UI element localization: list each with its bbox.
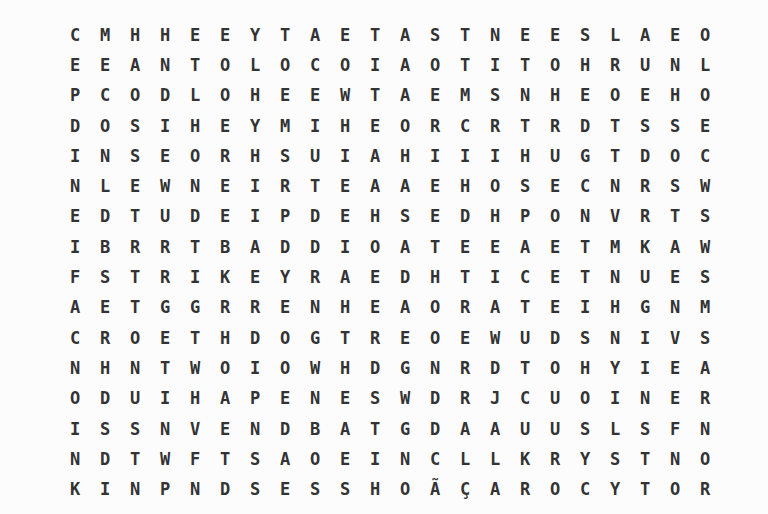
grid-cell[interactable]: H xyxy=(570,353,600,383)
grid-cell[interactable]: F xyxy=(180,444,210,474)
grid-cell[interactable]: E xyxy=(210,414,240,444)
grid-cell[interactable]: I xyxy=(360,50,390,80)
grid-cell[interactable]: H xyxy=(360,202,390,232)
grid-cell[interactable]: A xyxy=(330,262,360,292)
grid-cell[interactable]: E xyxy=(300,81,330,111)
grid-cell[interactable]: R xyxy=(450,384,480,414)
grid-cell[interactable]: O xyxy=(540,202,570,232)
grid-cell[interactable]: C xyxy=(420,444,450,474)
grid-cell[interactable]: N xyxy=(180,171,210,201)
grid-cell[interactable]: H xyxy=(330,353,360,383)
grid-cell[interactable]: T xyxy=(450,50,480,80)
grid-cell[interactable]: Y xyxy=(270,262,300,292)
grid-cell[interactable]: D xyxy=(390,262,420,292)
grid-cell[interactable]: O xyxy=(180,141,210,171)
grid-cell[interactable]: W xyxy=(180,353,210,383)
grid-cell[interactable]: E xyxy=(330,444,360,474)
grid-cell[interactable]: O xyxy=(660,474,690,504)
grid-cell[interactable]: Y xyxy=(240,111,270,141)
grid-cell[interactable]: R xyxy=(360,323,390,353)
grid-cell[interactable]: G xyxy=(300,323,330,353)
grid-cell[interactable]: A xyxy=(690,353,720,383)
grid-cell[interactable]: E xyxy=(450,323,480,353)
grid-cell[interactable]: N xyxy=(60,353,90,383)
grid-cell[interactable]: E xyxy=(540,20,570,50)
grid-cell[interactable]: S xyxy=(660,171,690,201)
grid-cell[interactable]: T xyxy=(360,20,390,50)
grid-cell[interactable]: E xyxy=(60,50,90,80)
grid-cell[interactable]: S xyxy=(420,20,450,50)
grid-cell[interactable]: A xyxy=(660,232,690,262)
grid-cell[interactable]: O xyxy=(420,323,450,353)
grid-cell[interactable]: O xyxy=(540,353,570,383)
grid-cell[interactable]: S xyxy=(630,111,660,141)
grid-cell[interactable]: K xyxy=(60,474,90,504)
grid-cell[interactable]: I xyxy=(60,232,90,262)
grid-cell[interactable]: E xyxy=(120,171,150,201)
grid-cell[interactable]: O xyxy=(120,323,150,353)
grid-cell[interactable]: G xyxy=(150,293,180,323)
grid-cell[interactable]: R xyxy=(600,50,630,80)
grid-cell[interactable]: T xyxy=(420,232,450,262)
grid-cell[interactable]: S xyxy=(240,474,270,504)
grid-cell[interactable]: D xyxy=(450,202,480,232)
grid-cell[interactable]: S xyxy=(270,141,300,171)
grid-cell[interactable]: I xyxy=(90,474,120,504)
grid-cell[interactable]: E xyxy=(660,20,690,50)
grid-cell[interactable]: N xyxy=(660,50,690,80)
grid-cell[interactable]: T xyxy=(570,232,600,262)
grid-cell[interactable]: E xyxy=(420,81,450,111)
grid-cell[interactable]: I xyxy=(330,232,360,262)
grid-cell[interactable]: H xyxy=(240,81,270,111)
grid-cell[interactable]: E xyxy=(660,353,690,383)
grid-cell[interactable]: U xyxy=(300,141,330,171)
grid-cell[interactable]: I xyxy=(450,141,480,171)
grid-cell[interactable]: N xyxy=(60,171,90,201)
grid-cell[interactable]: U xyxy=(630,262,660,292)
grid-cell[interactable]: A xyxy=(390,293,420,323)
grid-cell[interactable]: N xyxy=(600,323,630,353)
grid-cell[interactable]: T xyxy=(450,262,480,292)
grid-cell[interactable]: C xyxy=(450,111,480,141)
grid-cell[interactable]: G xyxy=(630,293,660,323)
grid-cell[interactable]: V xyxy=(180,414,210,444)
grid-cell[interactable]: A xyxy=(300,20,330,50)
grid-cell[interactable]: H xyxy=(510,141,540,171)
grid-cell[interactable]: O xyxy=(120,81,150,111)
grid-cell[interactable]: E xyxy=(450,232,480,262)
grid-cell[interactable]: H xyxy=(90,353,120,383)
grid-cell[interactable]: N xyxy=(600,171,630,201)
grid-cell[interactable]: W xyxy=(330,81,360,111)
grid-cell[interactable]: D xyxy=(300,232,330,262)
grid-cell[interactable]: O xyxy=(360,232,390,262)
grid-cell[interactable]: N xyxy=(690,414,720,444)
grid-cell[interactable]: E xyxy=(330,202,360,232)
grid-cell[interactable]: E xyxy=(390,323,420,353)
grid-cell[interactable]: N xyxy=(60,444,90,474)
grid-cell[interactable]: M xyxy=(270,111,300,141)
grid-cell[interactable]: O xyxy=(270,50,300,80)
grid-cell[interactable]: A xyxy=(270,444,300,474)
grid-cell[interactable]: E xyxy=(270,81,300,111)
grid-cell[interactable]: F xyxy=(660,414,690,444)
grid-cell[interactable]: M xyxy=(690,293,720,323)
grid-cell[interactable]: S xyxy=(240,444,270,474)
grid-cell[interactable]: A xyxy=(120,50,150,80)
grid-cell[interactable]: H xyxy=(120,20,150,50)
grid-cell[interactable]: H xyxy=(240,141,270,171)
grid-cell[interactable]: G xyxy=(390,353,420,383)
grid-cell[interactable]: S xyxy=(390,202,420,232)
grid-cell[interactable]: I xyxy=(60,414,90,444)
grid-cell[interactable]: E xyxy=(420,202,450,232)
grid-cell[interactable]: R xyxy=(420,111,450,141)
grid-cell[interactable]: A xyxy=(240,232,270,262)
grid-cell[interactable]: H xyxy=(360,474,390,504)
grid-cell[interactable]: T xyxy=(180,323,210,353)
grid-cell[interactable]: E xyxy=(210,202,240,232)
grid-cell[interactable]: H xyxy=(600,293,630,323)
grid-cell[interactable]: B xyxy=(90,232,120,262)
grid-cell[interactable]: C xyxy=(690,141,720,171)
grid-cell[interactable]: H xyxy=(150,20,180,50)
grid-cell[interactable]: I xyxy=(60,141,90,171)
grid-cell[interactable]: N xyxy=(300,384,330,414)
grid-cell[interactable]: E xyxy=(540,232,570,262)
grid-cell[interactable]: S xyxy=(120,141,150,171)
grid-cell[interactable]: E xyxy=(210,171,240,201)
grid-cell[interactable]: C xyxy=(510,384,540,414)
grid-cell[interactable]: E xyxy=(150,141,180,171)
grid-cell[interactable]: I xyxy=(630,353,660,383)
grid-cell[interactable]: U xyxy=(540,141,570,171)
grid-cell[interactable]: T xyxy=(630,474,660,504)
grid-cell[interactable]: W xyxy=(150,444,180,474)
grid-cell[interactable]: H xyxy=(420,262,450,292)
grid-cell[interactable]: E xyxy=(210,111,240,141)
grid-cell[interactable]: D xyxy=(150,81,180,111)
grid-cell[interactable]: R xyxy=(120,232,150,262)
grid-cell[interactable]: O xyxy=(420,293,450,323)
grid-cell[interactable]: O xyxy=(390,111,420,141)
grid-cell[interactable]: D xyxy=(90,202,120,232)
grid-cell[interactable]: D xyxy=(90,384,120,414)
grid-cell[interactable]: S xyxy=(120,414,150,444)
grid-cell[interactable]: C xyxy=(510,262,540,292)
grid-cell[interactable]: S xyxy=(120,111,150,141)
grid-cell[interactable]: D xyxy=(540,323,570,353)
grid-cell[interactable]: E xyxy=(180,20,210,50)
grid-cell[interactable]: H xyxy=(660,81,690,111)
grid-cell[interactable]: S xyxy=(300,474,330,504)
grid-cell[interactable]: T xyxy=(270,20,300,50)
grid-cell[interactable]: T xyxy=(510,111,540,141)
grid-cell[interactable]: N xyxy=(120,474,150,504)
grid-cell[interactable]: O xyxy=(60,384,90,414)
grid-cell[interactable]: U xyxy=(120,384,150,414)
grid-cell[interactable]: G xyxy=(180,293,210,323)
grid-cell[interactable]: E xyxy=(420,171,450,201)
grid-cell[interactable]: O xyxy=(660,141,690,171)
grid-cell[interactable]: H xyxy=(480,202,510,232)
grid-cell[interactable]: A xyxy=(480,293,510,323)
grid-cell[interactable]: O xyxy=(90,111,120,141)
grid-cell[interactable]: C xyxy=(90,81,120,111)
grid-cell[interactable]: E xyxy=(90,293,120,323)
grid-cell[interactable]: O xyxy=(540,50,570,80)
grid-cell[interactable]: R xyxy=(150,262,180,292)
grid-cell[interactable]: D xyxy=(90,444,120,474)
grid-cell[interactable]: N xyxy=(180,474,210,504)
grid-cell[interactable]: D xyxy=(420,384,450,414)
grid-cell[interactable]: R xyxy=(630,171,660,201)
grid-cell[interactable]: K xyxy=(630,232,660,262)
grid-cell[interactable]: D xyxy=(300,202,330,232)
grid-cell[interactable]: W xyxy=(300,353,330,383)
grid-cell[interactable]: E xyxy=(630,81,660,111)
grid-cell[interactable]: D xyxy=(570,111,600,141)
grid-cell[interactable]: N xyxy=(150,414,180,444)
grid-cell[interactable]: T xyxy=(120,293,150,323)
grid-cell[interactable]: R xyxy=(450,353,480,383)
grid-cell[interactable]: R xyxy=(540,111,570,141)
grid-cell[interactable]: I xyxy=(240,353,270,383)
grid-cell[interactable]: N xyxy=(300,293,330,323)
grid-cell[interactable]: U xyxy=(510,414,540,444)
grid-cell[interactable]: R xyxy=(150,232,180,262)
grid-cell[interactable]: R xyxy=(300,262,330,292)
grid-cell[interactable]: Y xyxy=(570,444,600,474)
grid-cell[interactable]: D xyxy=(60,111,90,141)
grid-cell[interactable]: H xyxy=(330,111,360,141)
grid-cell[interactable]: E xyxy=(480,232,510,262)
grid-cell[interactable]: O xyxy=(270,353,300,383)
grid-cell[interactable]: Y xyxy=(240,20,270,50)
grid-cell[interactable]: W xyxy=(690,171,720,201)
grid-cell[interactable]: W xyxy=(150,171,180,201)
grid-cell[interactable]: E xyxy=(360,262,390,292)
grid-cell[interactable]: A xyxy=(360,141,390,171)
grid-cell[interactable]: T xyxy=(180,50,210,80)
grid-cell[interactable]: S xyxy=(630,414,660,444)
grid-cell[interactable]: T xyxy=(150,353,180,383)
grid-cell[interactable]: N xyxy=(600,262,630,292)
grid-cell[interactable]: T xyxy=(570,262,600,292)
grid-cell[interactable]: T xyxy=(300,171,330,201)
grid-cell[interactable]: T xyxy=(360,81,390,111)
grid-cell[interactable]: R xyxy=(240,293,270,323)
grid-cell[interactable]: I xyxy=(150,384,180,414)
grid-cell[interactable]: S xyxy=(690,262,720,292)
grid-cell[interactable]: O xyxy=(300,444,330,474)
grid-cell[interactable]: I xyxy=(150,111,180,141)
grid-cell[interactable]: A xyxy=(510,232,540,262)
grid-cell[interactable]: A xyxy=(330,414,360,444)
grid-cell[interactable]: E xyxy=(510,20,540,50)
grid-cell[interactable]: S xyxy=(510,171,540,201)
grid-cell[interactable]: T xyxy=(660,202,690,232)
grid-cell[interactable]: E xyxy=(540,171,570,201)
grid-cell[interactable]: O xyxy=(570,384,600,414)
grid-cell[interactable]: O xyxy=(480,171,510,201)
grid-cell[interactable]: H xyxy=(450,171,480,201)
grid-cell[interactable]: W xyxy=(480,323,510,353)
grid-cell[interactable]: D xyxy=(360,353,390,383)
grid-cell[interactable]: L xyxy=(180,81,210,111)
grid-cell[interactable]: E xyxy=(210,20,240,50)
grid-cell[interactable]: D xyxy=(480,353,510,383)
grid-cell[interactable]: F xyxy=(60,262,90,292)
grid-cell[interactable]: T xyxy=(510,353,540,383)
grid-cell[interactable]: C xyxy=(570,171,600,201)
grid-cell[interactable]: N xyxy=(150,50,180,80)
grid-cell[interactable]: H xyxy=(390,141,420,171)
grid-cell[interactable]: S xyxy=(330,474,360,504)
grid-cell[interactable]: R xyxy=(480,111,510,141)
grid-cell[interactable]: T xyxy=(450,20,480,50)
grid-cell[interactable]: I xyxy=(240,202,270,232)
grid-cell[interactable]: G xyxy=(570,141,600,171)
grid-cell[interactable]: V xyxy=(660,323,690,353)
grid-cell[interactable]: S xyxy=(660,111,690,141)
grid-cell[interactable]: E xyxy=(660,262,690,292)
grid-cell[interactable]: N xyxy=(510,81,540,111)
grid-cell[interactable]: T xyxy=(510,293,540,323)
grid-cell[interactable]: E xyxy=(540,262,570,292)
grid-cell[interactable]: T xyxy=(360,414,390,444)
grid-cell[interactable]: C xyxy=(60,20,90,50)
grid-cell[interactable]: R xyxy=(630,202,660,232)
grid-cell[interactable]: R xyxy=(690,384,720,414)
grid-cell[interactable]: R xyxy=(210,293,240,323)
grid-cell[interactable]: H xyxy=(210,323,240,353)
grid-cell[interactable]: S xyxy=(90,262,120,292)
grid-cell[interactable]: O xyxy=(420,50,450,80)
grid-cell[interactable]: C xyxy=(60,323,90,353)
grid-cell[interactable]: R xyxy=(270,171,300,201)
grid-cell[interactable]: T xyxy=(510,50,540,80)
grid-cell[interactable]: E xyxy=(540,293,570,323)
grid-cell[interactable]: B xyxy=(300,414,330,444)
grid-cell[interactable]: O xyxy=(210,353,240,383)
grid-cell[interactable]: P xyxy=(510,202,540,232)
grid-cell[interactable]: U xyxy=(510,323,540,353)
grid-cell[interactable]: L xyxy=(90,171,120,201)
grid-cell[interactable]: O xyxy=(270,323,300,353)
grid-cell[interactable]: L xyxy=(600,414,630,444)
grid-cell[interactable]: O xyxy=(390,474,420,504)
grid-cell[interactable]: I xyxy=(420,141,450,171)
grid-cell[interactable]: K xyxy=(210,262,240,292)
grid-cell[interactable]: L xyxy=(240,50,270,80)
grid-cell[interactable]: E xyxy=(660,384,690,414)
grid-cell[interactable]: N xyxy=(660,293,690,323)
grid-cell[interactable]: S xyxy=(90,414,120,444)
grid-cell[interactable]: E xyxy=(270,384,300,414)
grid-cell[interactable]: A xyxy=(450,414,480,444)
grid-cell[interactable]: E xyxy=(360,293,390,323)
grid-cell[interactable]: D xyxy=(420,414,450,444)
grid-cell[interactable]: S xyxy=(480,81,510,111)
grid-cell[interactable]: I xyxy=(300,111,330,141)
grid-cell[interactable]: D xyxy=(270,414,300,444)
grid-cell[interactable]: A xyxy=(390,20,420,50)
grid-cell[interactable]: I xyxy=(600,384,630,414)
grid-cell[interactable]: I xyxy=(360,444,390,474)
grid-cell[interactable]: E xyxy=(690,111,720,141)
grid-cell[interactable]: T xyxy=(180,232,210,262)
grid-cell[interactable]: N xyxy=(570,202,600,232)
grid-cell[interactable]: L xyxy=(600,20,630,50)
grid-cell[interactable]: E xyxy=(330,171,360,201)
grid-cell[interactable]: N xyxy=(420,353,450,383)
grid-cell[interactable]: T xyxy=(330,323,360,353)
grid-cell[interactable]: E xyxy=(270,474,300,504)
grid-cell[interactable]: E xyxy=(270,293,300,323)
grid-cell[interactable]: I xyxy=(570,293,600,323)
grid-cell[interactable]: E xyxy=(330,384,360,414)
grid-cell[interactable]: T xyxy=(120,444,150,474)
grid-cell[interactable]: S xyxy=(690,323,720,353)
grid-cell[interactable]: D xyxy=(240,323,270,353)
grid-cell[interactable]: B xyxy=(210,232,240,262)
grid-cell[interactable]: A xyxy=(390,232,420,262)
grid-cell[interactable]: E xyxy=(150,323,180,353)
grid-cell[interactable]: R xyxy=(690,474,720,504)
grid-cell[interactable]: Ç xyxy=(450,474,480,504)
grid-cell[interactable]: N xyxy=(240,414,270,444)
grid-cell[interactable]: L xyxy=(480,444,510,474)
grid-cell[interactable]: J xyxy=(480,384,510,414)
grid-cell[interactable]: E xyxy=(570,81,600,111)
grid-cell[interactable]: E xyxy=(360,111,390,141)
grid-cell[interactable]: O xyxy=(210,50,240,80)
grid-cell[interactable]: S xyxy=(600,444,630,474)
grid-cell[interactable]: D xyxy=(270,232,300,262)
grid-cell[interactable]: D xyxy=(630,141,660,171)
grid-cell[interactable]: O xyxy=(600,81,630,111)
grid-cell[interactable]: W xyxy=(390,384,420,414)
grid-cell[interactable]: K xyxy=(510,444,540,474)
grid-cell[interactable]: D xyxy=(210,474,240,504)
grid-cell[interactable]: P xyxy=(60,81,90,111)
grid-cell[interactable]: N xyxy=(660,444,690,474)
grid-cell[interactable]: A xyxy=(390,81,420,111)
grid-cell[interactable]: Y xyxy=(600,353,630,383)
grid-cell[interactable]: E xyxy=(60,202,90,232)
grid-cell[interactable]: O xyxy=(210,81,240,111)
grid-cell[interactable]: T xyxy=(210,444,240,474)
grid-cell[interactable]: M xyxy=(90,20,120,50)
grid-cell[interactable]: W xyxy=(690,232,720,262)
grid-cell[interactable]: Y xyxy=(600,474,630,504)
grid-cell[interactable]: A xyxy=(390,50,420,80)
grid-cell[interactable]: M xyxy=(600,232,630,262)
grid-cell[interactable]: I xyxy=(480,50,510,80)
grid-cell[interactable]: N xyxy=(90,141,120,171)
grid-cell[interactable]: C xyxy=(570,474,600,504)
grid-cell[interactable]: R xyxy=(540,444,570,474)
grid-cell[interactable]: A xyxy=(480,414,510,444)
grid-cell[interactable]: H xyxy=(540,81,570,111)
grid-cell[interactable]: U xyxy=(630,50,660,80)
grid-cell[interactable]: H xyxy=(570,50,600,80)
grid-cell[interactable]: A xyxy=(210,384,240,414)
grid-cell[interactable]: T xyxy=(630,444,660,474)
grid-cell[interactable]: T xyxy=(600,111,630,141)
